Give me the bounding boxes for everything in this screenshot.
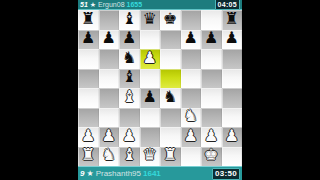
- square-f2[interactable]: ♟: [181, 127, 202, 147]
- square-e8[interactable]: ♚: [160, 10, 181, 30]
- black-knight: ♞: [163, 89, 177, 105]
- black-king: ♚: [163, 11, 177, 27]
- white-bishop: ♝: [122, 89, 136, 105]
- opponent-name: Ergun08: [98, 1, 124, 8]
- square-c4[interactable]: ♝: [119, 88, 140, 108]
- white-rook: ♜: [81, 147, 95, 163]
- square-f6[interactable]: [181, 49, 202, 69]
- black-pawn: ♟: [122, 30, 136, 46]
- black-pawn: ♟: [81, 30, 95, 46]
- square-g5[interactable]: [201, 69, 222, 89]
- white-pawn: ♟: [81, 128, 95, 144]
- square-f5[interactable]: [181, 69, 202, 89]
- square-d4[interactable]: ♟: [140, 88, 161, 108]
- square-e3[interactable]: [160, 108, 181, 128]
- square-d1[interactable]: ♛: [140, 147, 161, 167]
- black-bishop: ♝: [122, 69, 136, 85]
- chess-board: ♜♝♛♚♜♟♟♟♟♟♟♞♟♝♝♟♞♞♟♟♟♟♟♟♜♞♝♛♜♚: [78, 10, 242, 166]
- square-f7[interactable]: ♟: [181, 30, 202, 50]
- white-bishop: ♝: [122, 147, 136, 163]
- white-king: ♚: [204, 147, 218, 163]
- square-a2[interactable]: ♟: [78, 127, 99, 147]
- star-icon: ★: [86, 170, 93, 178]
- player-clock: 03:50: [212, 168, 240, 180]
- chess-app: 51 ★ Ergun08 1655 04:05 ♜♝♛♚♜♟♟♟♟♟♟♞♟♝♝♟…: [78, 0, 242, 180]
- square-h4[interactable]: [222, 88, 243, 108]
- white-pawn: ♟: [122, 128, 136, 144]
- white-knight: ♞: [102, 147, 116, 163]
- black-bishop: ♝: [122, 11, 136, 27]
- white-pawn: ♟: [225, 128, 239, 144]
- white-pawn: ♟: [102, 128, 116, 144]
- square-c3[interactable]: [119, 108, 140, 128]
- white-queen: ♛: [143, 147, 157, 163]
- square-c5[interactable]: ♝: [119, 69, 140, 89]
- square-h5[interactable]: [222, 69, 243, 89]
- black-rook: ♜: [81, 11, 95, 27]
- square-d3[interactable]: [140, 108, 161, 128]
- square-f3[interactable]: ♞: [181, 108, 202, 128]
- square-h6[interactable]: [222, 49, 243, 69]
- black-pawn: ♟: [143, 89, 157, 105]
- square-h1[interactable]: [222, 147, 243, 167]
- black-queen: ♛: [143, 11, 157, 27]
- white-knight: ♞: [184, 108, 198, 124]
- square-g7[interactable]: ♟: [201, 30, 222, 50]
- white-pawn: ♟: [184, 128, 198, 144]
- white-rook: ♜: [163, 147, 177, 163]
- square-b8[interactable]: [99, 10, 120, 30]
- square-e1[interactable]: ♜: [160, 147, 181, 167]
- square-d6[interactable]: ♟: [140, 49, 161, 69]
- square-e4[interactable]: ♞: [160, 88, 181, 108]
- square-f1[interactable]: [181, 147, 202, 167]
- square-a5[interactable]: [78, 69, 99, 89]
- white-pawn: ♟: [204, 128, 218, 144]
- black-pawn: ♟: [184, 30, 198, 46]
- square-b5[interactable]: [99, 69, 120, 89]
- square-a4[interactable]: [78, 88, 99, 108]
- square-c7[interactable]: ♟: [119, 30, 140, 50]
- opponent-clock: 04:05: [215, 0, 240, 10]
- square-b6[interactable]: [99, 49, 120, 69]
- square-g3[interactable]: [201, 108, 222, 128]
- black-rook: ♜: [225, 11, 239, 27]
- square-c1[interactable]: ♝: [119, 147, 140, 167]
- square-h7[interactable]: ♟: [222, 30, 243, 50]
- square-g4[interactable]: [201, 88, 222, 108]
- square-b7[interactable]: ♟: [99, 30, 120, 50]
- opponent-info: 51 ★ Ergun08 1655: [80, 1, 142, 8]
- black-knight: ♞: [122, 50, 136, 66]
- white-pawn: ♟: [143, 50, 157, 66]
- black-pawn: ♟: [225, 30, 239, 46]
- square-e7[interactable]: [160, 30, 181, 50]
- square-e2[interactable]: [160, 127, 181, 147]
- player-achievement-count: 9: [80, 170, 84, 178]
- square-h8[interactable]: ♜: [222, 10, 243, 30]
- square-h3[interactable]: [222, 108, 243, 128]
- square-c8[interactable]: ♝: [119, 10, 140, 30]
- black-pawn: ♟: [102, 30, 116, 46]
- square-g8[interactable]: [201, 10, 222, 30]
- player-info: 9 ★ Prashanth95 1641: [80, 170, 161, 178]
- square-c2[interactable]: ♟: [119, 127, 140, 147]
- square-c6[interactable]: ♞: [119, 49, 140, 69]
- square-b4[interactable]: [99, 88, 120, 108]
- player-name: Prashanth95: [96, 170, 141, 178]
- square-a3[interactable]: [78, 108, 99, 128]
- square-d2[interactable]: [140, 127, 161, 147]
- player-rating: 1641: [143, 170, 161, 178]
- square-b3[interactable]: [99, 108, 120, 128]
- square-b1[interactable]: ♞: [99, 147, 120, 167]
- square-f8[interactable]: [181, 10, 202, 30]
- square-g2[interactable]: ♟: [201, 127, 222, 147]
- square-d7[interactable]: [140, 30, 161, 50]
- opponent-bar: 51 ★ Ergun08 1655 04:05: [78, 0, 242, 10]
- black-pawn: ♟: [204, 30, 218, 46]
- opponent-rating: 1655: [127, 1, 143, 8]
- opponent-achievement-count: 51: [80, 1, 88, 8]
- square-a1[interactable]: ♜: [78, 147, 99, 167]
- square-a8[interactable]: ♜: [78, 10, 99, 30]
- square-g1[interactable]: ♚: [201, 147, 222, 167]
- square-a6[interactable]: [78, 49, 99, 69]
- square-a7[interactable]: ♟: [78, 30, 99, 50]
- square-e5[interactable]: [160, 69, 181, 89]
- square-f4[interactable]: [181, 88, 202, 108]
- star-icon: ★: [90, 1, 96, 8]
- square-d8[interactable]: ♛: [140, 10, 161, 30]
- square-g6[interactable]: [201, 49, 222, 69]
- square-b2[interactable]: ♟: [99, 127, 120, 147]
- player-bar: 9 ★ Prashanth95 1641 03:50: [78, 166, 242, 180]
- square-e6[interactable]: [160, 49, 181, 69]
- square-d5[interactable]: [140, 69, 161, 89]
- screen: 51 ★ Ergun08 1655 04:05 ♜♝♛♚♜♟♟♟♟♟♟♞♟♝♝♟…: [0, 0, 320, 180]
- square-h2[interactable]: ♟: [222, 127, 243, 147]
